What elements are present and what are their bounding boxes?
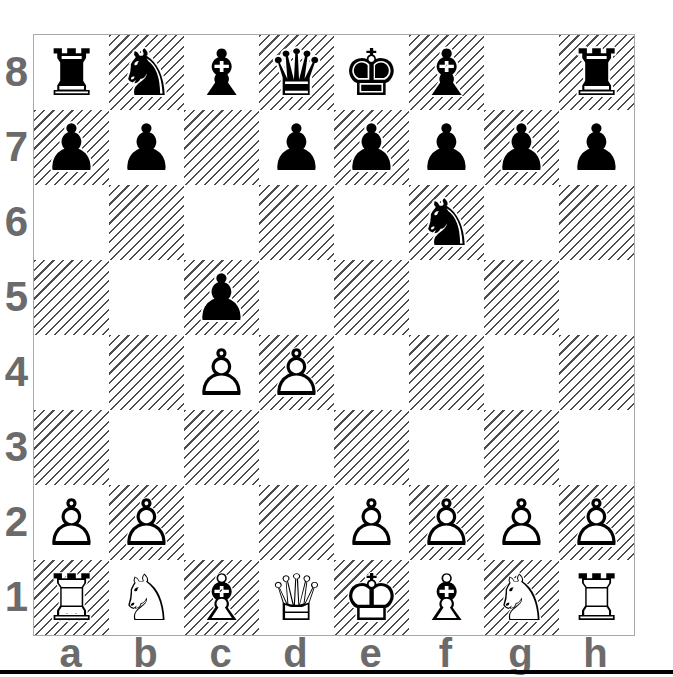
square-c8[interactable]: ♝: [184, 35, 259, 110]
square-c1[interactable]: ♝♗: [184, 560, 259, 635]
square-d4[interactable]: ♟♙: [259, 335, 334, 410]
square-f2[interactable]: ♟♙: [409, 485, 484, 560]
piece-glyph: ♘: [484, 560, 559, 635]
piece-glyph: ♗: [184, 560, 259, 635]
piece-glyph: ♝: [409, 35, 484, 110]
square-g6[interactable]: [484, 185, 559, 260]
square-a1[interactable]: ♜♖: [34, 560, 109, 635]
square-b4[interactable]: [109, 335, 184, 410]
square-f8[interactable]: ♝: [409, 35, 484, 110]
square-e4[interactable]: [334, 335, 409, 410]
square-b6[interactable]: [109, 185, 184, 260]
piece-white-pawn[interactable]: ♟♙: [184, 335, 259, 410]
square-f4[interactable]: [409, 335, 484, 410]
piece-black-bishop[interactable]: ♝: [409, 35, 484, 110]
piece-glyph: ♞: [109, 35, 184, 110]
piece-white-knight[interactable]: ♞♘: [109, 560, 184, 635]
piece-glyph: ♜: [34, 35, 109, 110]
piece-white-rook[interactable]: ♜♖: [559, 560, 634, 635]
piece-black-rook[interactable]: ♜: [34, 35, 109, 110]
piece-white-bishop[interactable]: ♝♗: [409, 560, 484, 635]
chess-board: ♜♞♝♛♚♝♜♟♟♟♟♟♟♟♞♟♟♙♟♙♟♙♟♙♟♙♟♙♟♙♟♙♜♖♞♘♝♗♛♕…: [33, 34, 635, 636]
piece-glyph: ♕: [259, 560, 334, 635]
square-c7[interactable]: [184, 110, 259, 185]
square-h6[interactable]: [559, 185, 634, 260]
square-b5[interactable]: [109, 260, 184, 335]
chess-diagram-page: 8 7 6 5 4 3 2 1 ♜♞♝♛♚♝♜♟♟♟♟♟♟♟♞♟♟♙♟♙♟♙♟♙…: [0, 0, 673, 677]
square-g8[interactable]: [484, 35, 559, 110]
square-e1[interactable]: ♚♔: [334, 560, 409, 635]
piece-glyph: ♟: [259, 110, 334, 185]
piece-white-pawn[interactable]: ♟♙: [259, 335, 334, 410]
piece-glyph: ♟: [334, 110, 409, 185]
file-label-b: b: [108, 636, 183, 670]
square-b8[interactable]: ♞: [109, 35, 184, 110]
piece-glyph: ♗: [409, 560, 484, 635]
piece-black-queen[interactable]: ♛: [259, 35, 334, 110]
file-label-a: a: [33, 636, 108, 670]
file-label-e: e: [333, 636, 408, 670]
piece-glyph: ♞: [409, 185, 484, 260]
square-g1[interactable]: ♞♘: [484, 560, 559, 635]
piece-black-knight[interactable]: ♞: [409, 185, 484, 260]
piece-glyph: ♙: [184, 335, 259, 410]
piece-black-king[interactable]: ♚: [334, 35, 409, 110]
piece-white-bishop[interactable]: ♝♗: [184, 560, 259, 635]
square-c3[interactable]: [184, 410, 259, 485]
square-e6[interactable]: [334, 185, 409, 260]
square-b1[interactable]: ♞♘: [109, 560, 184, 635]
rank-label-8: 8: [0, 34, 33, 109]
rank-labels: 8 7 6 5 4 3 2 1: [0, 34, 33, 634]
square-d8[interactable]: ♛: [259, 35, 334, 110]
piece-glyph: ♟: [484, 110, 559, 185]
piece-white-knight[interactable]: ♞♘: [484, 560, 559, 635]
piece-glyph: ♛: [259, 35, 334, 110]
piece-white-pawn[interactable]: ♟♙: [484, 485, 559, 560]
square-d6[interactable]: [259, 185, 334, 260]
square-f5[interactable]: [409, 260, 484, 335]
square-h8[interactable]: ♜: [559, 35, 634, 110]
piece-glyph: ♖: [559, 560, 634, 635]
piece-glyph: ♙: [109, 485, 184, 560]
square-h2[interactable]: ♟♙: [559, 485, 634, 560]
rank-label-1: 1: [0, 559, 33, 634]
piece-white-pawn[interactable]: ♟♙: [34, 485, 109, 560]
piece-glyph: ♟: [184, 260, 259, 335]
piece-white-queen[interactable]: ♛♕: [259, 560, 334, 635]
piece-black-bishop[interactable]: ♝: [184, 35, 259, 110]
piece-white-rook[interactable]: ♜♖: [34, 560, 109, 635]
rank-label-6: 6: [0, 184, 33, 259]
piece-glyph: ♝: [184, 35, 259, 110]
piece-white-pawn[interactable]: ♟♙: [559, 485, 634, 560]
piece-white-king[interactable]: ♚♔: [334, 560, 409, 635]
square-c4[interactable]: ♟♙: [184, 335, 259, 410]
piece-black-pawn[interactable]: ♟: [484, 110, 559, 185]
piece-glyph: ♔: [334, 560, 409, 635]
square-a6[interactable]: [34, 185, 109, 260]
square-g3[interactable]: [484, 410, 559, 485]
rank-label-4: 4: [0, 334, 33, 409]
square-g2[interactable]: ♟♙: [484, 485, 559, 560]
piece-black-pawn[interactable]: ♟: [109, 110, 184, 185]
square-a4[interactable]: [34, 335, 109, 410]
square-f7[interactable]: ♟: [409, 110, 484, 185]
piece-glyph: ♙: [484, 485, 559, 560]
file-label-d: d: [258, 636, 333, 670]
piece-glyph: ♙: [559, 485, 634, 560]
file-label-c: c: [183, 636, 258, 670]
square-d7[interactable]: ♟: [259, 110, 334, 185]
piece-glyph: ♙: [409, 485, 484, 560]
square-a2[interactable]: ♟♙: [34, 485, 109, 560]
piece-black-pawn[interactable]: ♟: [184, 260, 259, 335]
square-d2[interactable]: [259, 485, 334, 560]
rank-label-2: 2: [0, 484, 33, 559]
square-a5[interactable]: [34, 260, 109, 335]
square-b3[interactable]: [109, 410, 184, 485]
piece-glyph: ♙: [334, 485, 409, 560]
piece-white-pawn[interactable]: ♟♙: [334, 485, 409, 560]
square-c6[interactable]: [184, 185, 259, 260]
piece-glyph: ♟: [409, 110, 484, 185]
square-e3[interactable]: [334, 410, 409, 485]
square-f3[interactable]: [409, 410, 484, 485]
square-g5[interactable]: [484, 260, 559, 335]
square-e2[interactable]: ♟♙: [334, 485, 409, 560]
piece-glyph: ♘: [109, 560, 184, 635]
square-h5[interactable]: [559, 260, 634, 335]
piece-glyph: ♚: [334, 35, 409, 110]
square-b2[interactable]: ♟♙: [109, 485, 184, 560]
square-f1[interactable]: ♝♗: [409, 560, 484, 635]
piece-black-pawn[interactable]: ♟: [559, 110, 634, 185]
piece-white-pawn[interactable]: ♟♙: [409, 485, 484, 560]
square-e8[interactable]: ♚: [334, 35, 409, 110]
file-labels: a b c d e f g h: [33, 636, 633, 670]
piece-glyph: ♜: [559, 35, 634, 110]
square-g7[interactable]: ♟: [484, 110, 559, 185]
file-label-h: h: [558, 636, 633, 670]
bottom-divider-bar: [0, 670, 673, 674]
rank-label-5: 5: [0, 259, 33, 334]
piece-glyph: ♙: [34, 485, 109, 560]
rank-label-7: 7: [0, 109, 33, 184]
piece-glyph: ♖: [34, 560, 109, 635]
square-a3[interactable]: [34, 410, 109, 485]
file-label-f: f: [408, 636, 483, 670]
square-d1[interactable]: ♛♕: [259, 560, 334, 635]
piece-black-pawn[interactable]: ♟: [409, 110, 484, 185]
piece-black-rook[interactable]: ♜: [559, 35, 634, 110]
piece-black-pawn[interactable]: ♟: [334, 110, 409, 185]
square-f6[interactable]: ♞: [409, 185, 484, 260]
square-h4[interactable]: [559, 335, 634, 410]
piece-glyph: ♟: [109, 110, 184, 185]
rank-label-3: 3: [0, 409, 33, 484]
piece-glyph: ♟: [34, 110, 109, 185]
square-h1[interactable]: ♜♖: [559, 560, 634, 635]
square-g4[interactable]: [484, 335, 559, 410]
file-label-g: g: [483, 636, 558, 670]
square-a8[interactable]: ♜: [34, 35, 109, 110]
square-a7[interactable]: ♟: [34, 110, 109, 185]
square-d5[interactable]: [259, 260, 334, 335]
piece-glyph: ♙: [259, 335, 334, 410]
piece-white-pawn[interactable]: ♟♙: [109, 485, 184, 560]
square-h3[interactable]: [559, 410, 634, 485]
piece-black-pawn[interactable]: ♟: [34, 110, 109, 185]
square-d3[interactable]: [259, 410, 334, 485]
square-c5[interactable]: ♟: [184, 260, 259, 335]
square-b7[interactable]: ♟: [109, 110, 184, 185]
piece-glyph: ♟: [559, 110, 634, 185]
square-e7[interactable]: ♟: [334, 110, 409, 185]
piece-black-knight[interactable]: ♞: [109, 35, 184, 110]
piece-black-pawn[interactable]: ♟: [259, 110, 334, 185]
square-e5[interactable]: [334, 260, 409, 335]
square-h7[interactable]: ♟: [559, 110, 634, 185]
square-c2[interactable]: [184, 485, 259, 560]
